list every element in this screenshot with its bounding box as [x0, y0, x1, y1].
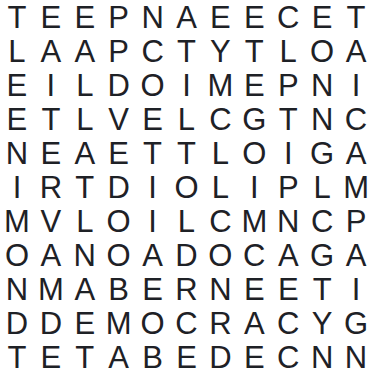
grid-cell[interactable]: P — [102, 34, 136, 68]
grid-cell[interactable]: A — [271, 239, 305, 273]
grid-cell[interactable]: Y — [203, 34, 237, 68]
grid-cell[interactable]: A — [68, 273, 102, 307]
grid-cell[interactable]: N — [68, 239, 102, 273]
grid-cell[interactable]: P — [271, 68, 305, 102]
grid-cell[interactable]: A — [339, 136, 373, 170]
grid-cell[interactable]: E — [271, 273, 305, 307]
grid-cell[interactable]: E — [305, 0, 339, 34]
grid-cell[interactable]: E — [0, 102, 34, 136]
grid-cell[interactable]: E — [0, 68, 34, 102]
grid-cell[interactable]: B — [102, 273, 136, 307]
grid-cell[interactable]: N — [0, 136, 34, 170]
grid-cell[interactable]: D — [34, 307, 68, 341]
grid-cell[interactable]: A — [34, 34, 68, 68]
grid-cell[interactable]: A — [170, 0, 204, 34]
grid-cell[interactable]: E — [136, 102, 170, 136]
grid-cell[interactable]: L — [271, 34, 305, 68]
grid-cell[interactable]: T — [34, 102, 68, 136]
grid-cell[interactable]: M — [0, 205, 34, 239]
grid-cell[interactable]: O — [203, 239, 237, 273]
grid-cell[interactable]: D — [102, 68, 136, 102]
grid-cell[interactable]: A — [68, 136, 102, 170]
grid-cell[interactable]: T — [305, 273, 339, 307]
grid-cell[interactable]: M — [237, 205, 271, 239]
grid-cell[interactable]: O — [102, 239, 136, 273]
grid-cell[interactable]: C — [170, 307, 204, 341]
grid-cell[interactable]: M — [102, 307, 136, 341]
grid-cell[interactable]: T — [0, 341, 34, 375]
grid-cell[interactable]: A — [102, 341, 136, 375]
grid-cell[interactable]: I — [339, 273, 373, 307]
grid-cell[interactable]: C — [203, 102, 237, 136]
grid-cell[interactable]: L — [170, 205, 204, 239]
grid-cell[interactable]: C — [271, 0, 305, 34]
grid-cell[interactable]: E — [203, 0, 237, 34]
grid-cell[interactable]: T — [0, 0, 34, 34]
grid-cell[interactable]: L — [203, 136, 237, 170]
grid-cell[interactable]: A — [34, 239, 68, 273]
grid-cell[interactable]: T — [68, 341, 102, 375]
grid-cell[interactable]: N — [339, 341, 373, 375]
grid-cell[interactable]: C — [271, 341, 305, 375]
grid-cell[interactable]: P — [271, 170, 305, 204]
grid-cell[interactable]: E — [68, 0, 102, 34]
grid-cell[interactable]: I — [0, 170, 34, 204]
grid-cell[interactable]: E — [34, 0, 68, 34]
grid-cell[interactable]: L — [203, 170, 237, 204]
grid-cell[interactable]: C — [339, 102, 373, 136]
grid-cell[interactable]: A — [339, 34, 373, 68]
grid-cell[interactable]: I — [136, 205, 170, 239]
grid-cell[interactable]: T — [339, 0, 373, 34]
grid-cell[interactable]: E — [102, 136, 136, 170]
grid-cell[interactable]: R — [170, 273, 204, 307]
grid-cell[interactable]: E — [237, 273, 271, 307]
grid-cell[interactable]: R — [34, 170, 68, 204]
grid-cell[interactable]: D — [102, 170, 136, 204]
grid-cell[interactable]: E — [34, 136, 68, 170]
grid-cell[interactable]: L — [170, 102, 204, 136]
grid-cell[interactable]: V — [102, 102, 136, 136]
grid-cell[interactable]: C — [237, 239, 271, 273]
grid-cell[interactable]: O — [136, 307, 170, 341]
grid-cell[interactable]: N — [305, 102, 339, 136]
grid-cell[interactable]: L — [68, 205, 102, 239]
grid-cell[interactable]: N — [271, 205, 305, 239]
grid-cell[interactable]: T — [136, 136, 170, 170]
grid-cell[interactable]: A — [237, 307, 271, 341]
grid-cell[interactable]: E — [68, 307, 102, 341]
grid-cell[interactable]: G — [339, 307, 373, 341]
grid-cell[interactable]: O — [0, 239, 34, 273]
grid-cell[interactable]: I — [170, 68, 204, 102]
grid-cell[interactable]: L — [68, 102, 102, 136]
grid-cell[interactable]: N — [305, 341, 339, 375]
grid-cell[interactable]: G — [237, 102, 271, 136]
grid-cell[interactable]: O — [305, 34, 339, 68]
grid-cell[interactable]: B — [136, 341, 170, 375]
grid-cell[interactable]: R — [203, 307, 237, 341]
grid-cell[interactable]: I — [136, 170, 170, 204]
grid-cell[interactable]: E — [34, 341, 68, 375]
grid-cell[interactable]: M — [339, 170, 373, 204]
grid-cell[interactable]: E — [237, 68, 271, 102]
grid-cell[interactable]: T — [170, 136, 204, 170]
grid-cell[interactable]: V — [34, 205, 68, 239]
grid-cell[interactable]: M — [203, 68, 237, 102]
grid-cell[interactable]: E — [136, 273, 170, 307]
grid-cell[interactable]: D — [170, 239, 204, 273]
grid-cell[interactable]: N — [136, 0, 170, 34]
grid-cell[interactable]: T — [237, 34, 271, 68]
grid-cell[interactable]: E — [237, 0, 271, 34]
grid-cell[interactable]: M — [34, 273, 68, 307]
grid-cell[interactable]: I — [271, 136, 305, 170]
grid-cell[interactable]: O — [170, 170, 204, 204]
grid-cell[interactable]: L — [68, 68, 102, 102]
grid-cell[interactable]: A — [68, 34, 102, 68]
grid-cell[interactable]: I — [34, 68, 68, 102]
grid-cell[interactable]: O — [237, 136, 271, 170]
grid-cell[interactable]: I — [237, 170, 271, 204]
grid-cell[interactable]: C — [305, 205, 339, 239]
grid-cell[interactable]: C — [203, 205, 237, 239]
grid-cell[interactable]: N — [0, 273, 34, 307]
grid-cell[interactable]: N — [305, 68, 339, 102]
grid-cell[interactable]: T — [170, 34, 204, 68]
grid-cell[interactable]: D — [0, 307, 34, 341]
grid-cell[interactable]: P — [339, 205, 373, 239]
grid-cell[interactable]: L — [305, 170, 339, 204]
grid-cell[interactable]: O — [136, 68, 170, 102]
grid-cell[interactable]: N — [203, 273, 237, 307]
word-search-grid: TEEPNAEECETLAAPCTYTLOAEILDOIMEPNIETLVELC… — [0, 0, 373, 375]
grid-cell[interactable]: T — [271, 102, 305, 136]
grid-cell[interactable]: G — [305, 239, 339, 273]
grid-cell[interactable]: G — [305, 136, 339, 170]
grid-cell[interactable]: A — [136, 239, 170, 273]
grid-cell[interactable]: I — [339, 68, 373, 102]
grid-cell[interactable]: P — [102, 0, 136, 34]
grid-cell[interactable]: A — [339, 239, 373, 273]
grid-cell[interactable]: T — [68, 170, 102, 204]
grid-cell[interactable]: O — [102, 205, 136, 239]
grid-cell[interactable]: E — [170, 341, 204, 375]
grid-cell[interactable]: L — [0, 34, 34, 68]
grid-cell[interactable]: D — [203, 341, 237, 375]
grid-cell[interactable]: C — [271, 307, 305, 341]
grid-cell[interactable]: E — [237, 341, 271, 375]
grid-cell[interactable]: Y — [305, 307, 339, 341]
grid-cell[interactable]: C — [136, 34, 170, 68]
